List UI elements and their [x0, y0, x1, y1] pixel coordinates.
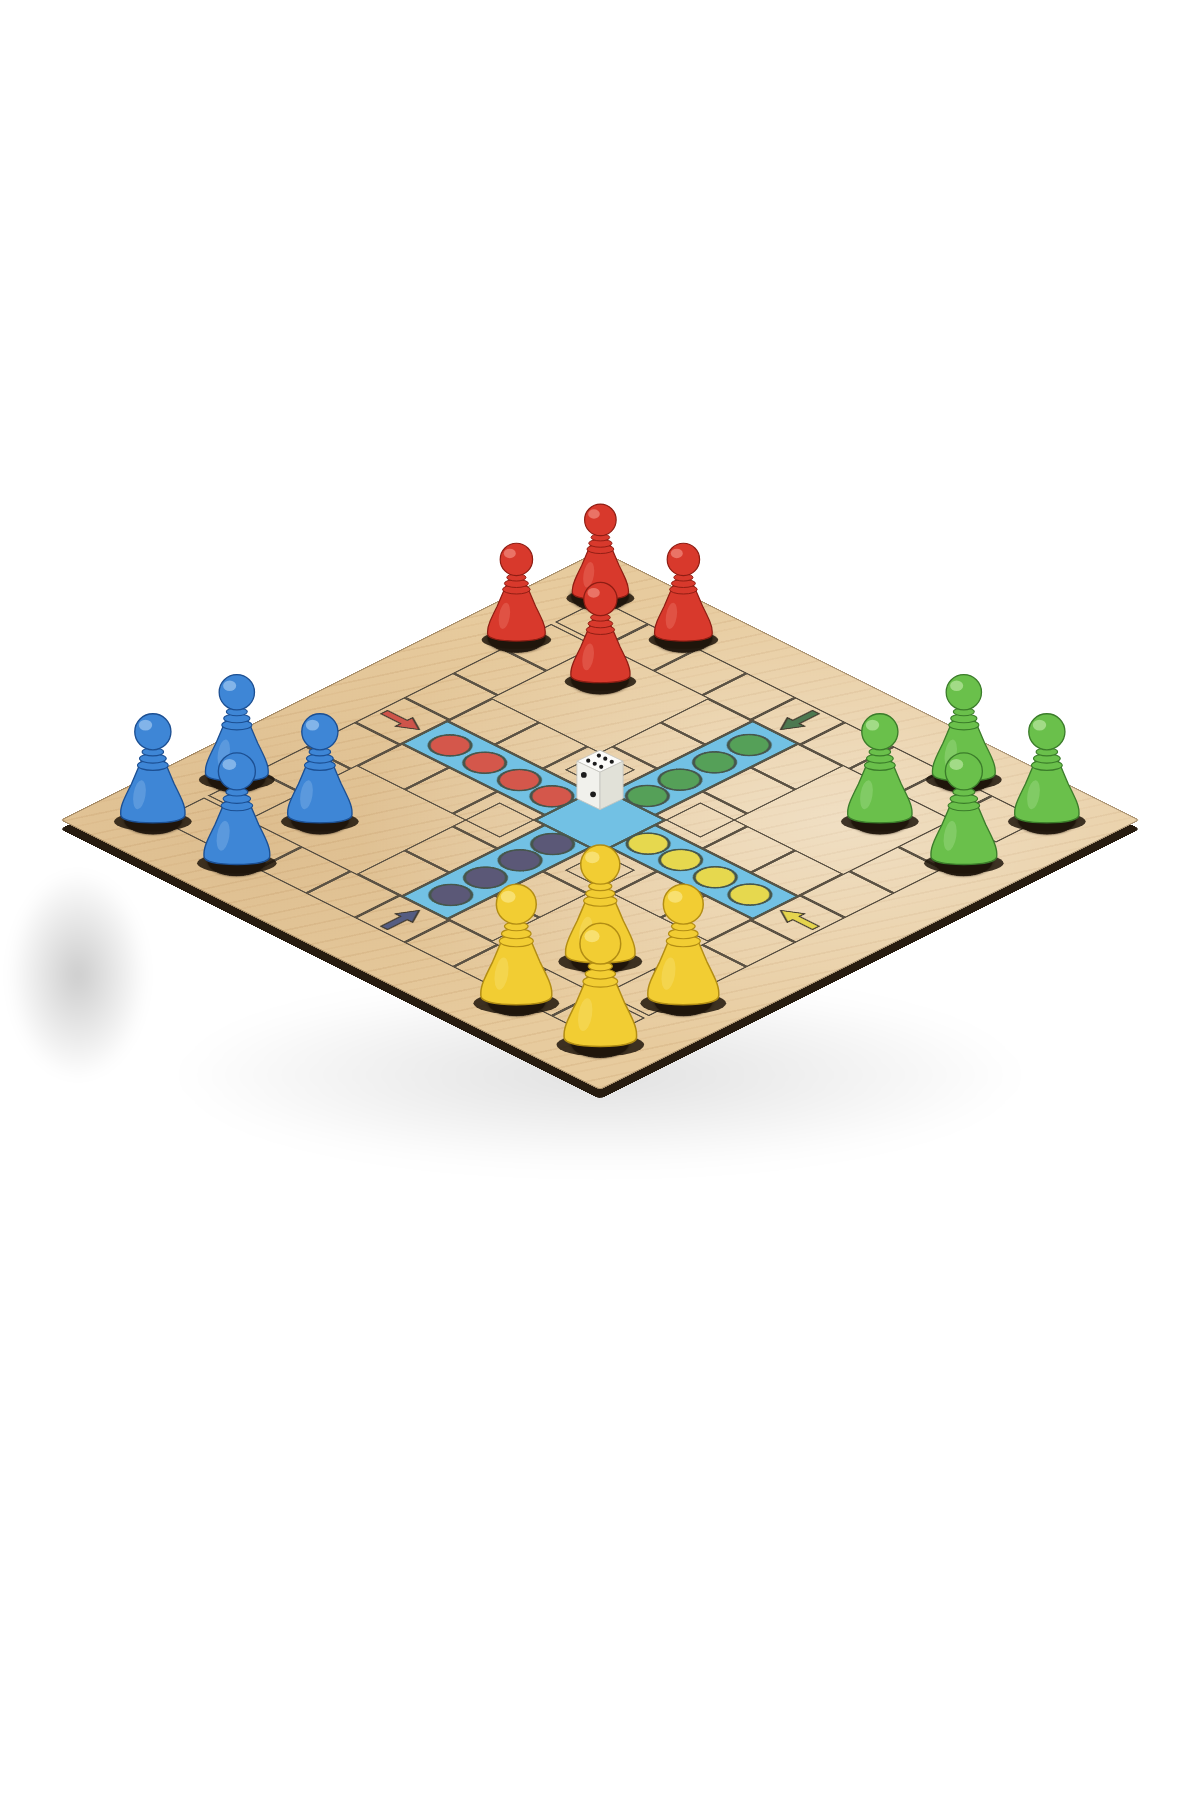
green-pawn[interactable] — [837, 709, 923, 832]
green-pawn[interactable] — [920, 748, 1008, 874]
red-pawn[interactable] — [645, 539, 722, 649]
green-pawn[interactable] — [1004, 709, 1090, 832]
die[interactable] — [574, 748, 626, 814]
blue-pawn[interactable] — [193, 748, 281, 874]
red-pawn[interactable] — [561, 578, 640, 691]
blue-pawn[interactable] — [277, 709, 363, 832]
yellow-pawn[interactable] — [469, 879, 564, 1015]
yellow-pawn[interactable] — [552, 918, 649, 1057]
blue-start-arrow-icon — [372, 904, 433, 934]
scene — [0, 0, 1200, 1800]
yellow-pawn[interactable] — [636, 879, 731, 1015]
board-shadow-left — [8, 870, 148, 1080]
blue-pawn[interactable] — [110, 709, 196, 832]
red-pawn[interactable] — [478, 539, 555, 649]
